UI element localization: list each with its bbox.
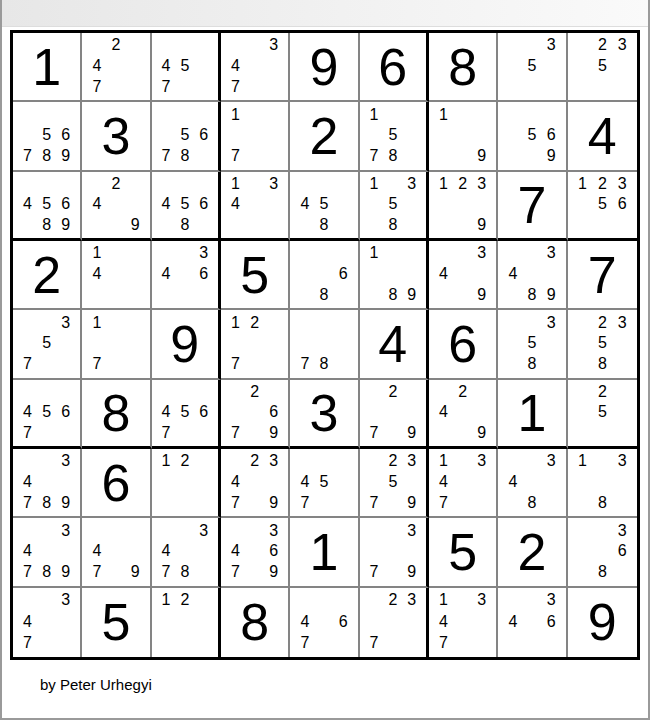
pencil-mark-6 <box>264 125 283 146</box>
cell-r5c7[interactable]: 6 <box>429 310 498 379</box>
pencil-mark-1: 1 <box>87 243 106 264</box>
pencil-mark-3 <box>334 590 353 611</box>
pencil-mark-1 <box>503 590 522 611</box>
pencil-mark-1 <box>573 312 593 333</box>
pencil-mark-4 <box>573 541 593 562</box>
pencil-mark-9 <box>402 633 421 654</box>
cell-r3c6[interactable]: 1358 <box>360 172 429 241</box>
pencil-mark-4 <box>434 125 453 146</box>
cell-r6c5[interactable]: 3 <box>290 380 359 449</box>
pencil-mark-4 <box>503 56 522 77</box>
pencil-mark-7: 7 <box>365 493 384 514</box>
cell-r6c9[interactable]: 25 <box>568 380 637 449</box>
cell-r6c7[interactable]: 249 <box>429 380 498 449</box>
pencil-mark-7: 7 <box>226 562 245 583</box>
pencil-mark-1: 1 <box>157 590 176 611</box>
pencil-mark-7: 7 <box>226 77 245 98</box>
cell-r1c3[interactable]: 457 <box>152 33 221 102</box>
pencil-mark-3: 3 <box>402 174 421 194</box>
pencil-mark-1: 1 <box>365 104 384 125</box>
cell-r3c2[interactable]: 249 <box>82 172 151 241</box>
cell-r3c9[interactable]: 12356 <box>568 172 637 241</box>
cell-r9c7[interactable]: 1347 <box>429 588 498 657</box>
pencil-mark-4 <box>365 611 384 632</box>
pencil-marks: 358 <box>498 310 565 377</box>
pencil-mark-4: 4 <box>87 541 106 562</box>
pencil-mark-1 <box>226 35 245 56</box>
pencil-mark-8: 8 <box>522 354 541 375</box>
cell-r5c9[interactable]: 2358 <box>568 310 637 379</box>
pencil-mark-5: 5 <box>383 125 402 146</box>
pencil-mark-7: 7 <box>157 146 176 167</box>
pencil-mark-7 <box>295 215 314 235</box>
cell-r9c1[interactable]: 347 <box>13 588 82 657</box>
cell-r5c4[interactable]: 127 <box>221 310 290 379</box>
pencil-mark-4 <box>295 333 314 354</box>
cell-r5c1[interactable]: 357 <box>13 310 82 379</box>
pencil-mark-8: 8 <box>175 215 194 235</box>
pencil-mark-5: 5 <box>522 333 541 354</box>
cell-r2c9[interactable]: 4 <box>568 102 637 171</box>
cell-r8c7[interactable]: 5 <box>429 518 498 587</box>
pencil-mark-4 <box>295 264 314 285</box>
pencil-mark-1 <box>295 451 314 472</box>
cell-r1c6[interactable]: 6 <box>360 33 429 102</box>
pencil-mark-3: 3 <box>542 451 561 472</box>
pencil-mark-6 <box>472 264 491 285</box>
pencil-marks: 235 <box>568 33 637 100</box>
cell-r1c4[interactable]: 347 <box>221 33 290 102</box>
pencil-mark-1 <box>87 174 106 194</box>
cell-r9c5[interactable]: 467 <box>290 588 359 657</box>
pencil-marks: 379 <box>360 518 426 585</box>
pencil-mark-6: 6 <box>334 611 353 632</box>
big-digit: 1 <box>32 41 61 93</box>
pencil-mark-5 <box>175 264 194 285</box>
cell-r3c4[interactable]: 134 <box>221 172 290 241</box>
pencil-mark-6 <box>472 611 491 632</box>
cell-r3c5[interactable]: 458 <box>290 172 359 241</box>
pencil-mark-1: 1 <box>573 174 593 194</box>
pencil-mark-1 <box>157 35 176 56</box>
pencil-mark-2: 2 <box>106 174 125 194</box>
cell-r3c1[interactable]: 45689 <box>13 172 82 241</box>
cell-r2c8[interactable]: 569 <box>498 102 567 171</box>
pencil-mark-8: 8 <box>175 562 194 583</box>
pencil-mark-2 <box>314 312 333 333</box>
pencil-mark-3: 3 <box>264 174 283 194</box>
pencil-mark-4: 4 <box>157 402 176 422</box>
cell-r2c2[interactable]: 3 <box>82 102 151 171</box>
pencil-mark-6 <box>472 472 491 493</box>
cell-r3c3[interactable]: 4568 <box>152 172 221 241</box>
pencil-mark-7: 7 <box>157 562 176 583</box>
cell-r3c8[interactable]: 7 <box>498 172 567 241</box>
pencil-mark-2 <box>245 104 264 125</box>
pencil-mark-5: 5 <box>37 333 56 354</box>
cell-r9c3[interactable]: 12 <box>152 588 221 657</box>
big-digit: 6 <box>378 41 407 93</box>
pencil-mark-1: 1 <box>226 174 245 194</box>
pencil-mark-3: 3 <box>472 243 491 264</box>
pencil-marks: 23579 <box>360 449 426 516</box>
pencil-marks: 34679 <box>221 518 288 585</box>
pencil-marks: 2358 <box>568 310 637 377</box>
cell-r1c1[interactable]: 1 <box>13 33 82 102</box>
pencil-mark-8 <box>245 77 264 98</box>
pencil-mark-3: 3 <box>56 312 75 333</box>
pencil-mark-6 <box>402 264 421 285</box>
cell-r6c4[interactable]: 2679 <box>221 380 290 449</box>
pencil-mark-2 <box>245 35 264 56</box>
pencil-mark-8 <box>175 633 194 654</box>
pencil-mark-9 <box>612 423 632 443</box>
pencil-mark-5 <box>522 472 541 493</box>
sudoku-board: 1247457347968352355678935678172157819569… <box>10 30 640 660</box>
pencil-mark-2 <box>592 520 612 541</box>
pencil-mark-4: 4 <box>503 611 522 632</box>
pencil-mark-6 <box>472 402 491 422</box>
pencil-mark-2: 2 <box>383 382 402 402</box>
pencil-marks: 134 <box>221 172 288 238</box>
pencil-mark-1 <box>226 520 245 541</box>
pencil-mark-5 <box>592 541 612 562</box>
pencil-mark-8 <box>383 493 402 514</box>
cell-r4c7[interactable]: 349 <box>429 241 498 310</box>
pencil-mark-4 <box>573 333 593 354</box>
pencil-mark-1 <box>18 451 37 472</box>
cell-r8c4[interactable]: 34679 <box>221 518 290 587</box>
cell-r2c6[interactable]: 1578 <box>360 102 429 171</box>
cell-r8c6[interactable]: 379 <box>360 518 429 587</box>
pencil-mark-6 <box>402 611 421 632</box>
pencil-mark-6 <box>334 472 353 493</box>
pencil-mark-3: 3 <box>56 451 75 472</box>
pencil-mark-1: 1 <box>157 451 176 472</box>
pencil-mark-9 <box>194 493 213 514</box>
pencil-mark-2 <box>37 174 56 194</box>
pencil-mark-1 <box>503 451 522 472</box>
pencil-mark-6 <box>402 194 421 214</box>
pencil-mark-1 <box>157 104 176 125</box>
pencil-mark-3 <box>56 174 75 194</box>
cell-r3c7[interactable]: 1239 <box>429 172 498 241</box>
big-digit: 9 <box>170 318 199 370</box>
pencil-mark-5 <box>175 541 194 562</box>
big-digit: 9 <box>588 596 617 648</box>
pencil-mark-6: 6 <box>56 194 75 214</box>
cell-r7c1[interactable]: 34789 <box>13 449 82 518</box>
pencil-mark-4 <box>573 402 593 422</box>
cell-r4c9[interactable]: 7 <box>568 241 637 310</box>
pencil-mark-2: 2 <box>245 312 264 333</box>
cell-r4c2[interactable]: 14 <box>82 241 151 310</box>
pencil-mark-3: 3 <box>56 520 75 541</box>
cell-r7c6[interactable]: 23579 <box>360 449 429 518</box>
cell-r5c5[interactable]: 78 <box>290 310 359 379</box>
big-digit: 5 <box>240 249 269 301</box>
pencil-mark-5: 5 <box>383 472 402 493</box>
pencil-mark-4: 4 <box>157 56 176 77</box>
pencil-mark-6 <box>126 541 145 562</box>
page: 1247457347968352355678935678172157819569… <box>0 0 650 720</box>
pencil-marks: 12356 <box>568 172 637 238</box>
cell-r4c5[interactable]: 68 <box>290 241 359 310</box>
cell-r2c7[interactable]: 19 <box>429 102 498 171</box>
cell-r6c1[interactable]: 4567 <box>13 380 82 449</box>
pencil-mark-3 <box>126 520 145 541</box>
pencil-mark-2: 2 <box>383 590 402 611</box>
cell-r5c3[interactable]: 9 <box>152 310 221 379</box>
cell-r8c1[interactable]: 34789 <box>13 518 82 587</box>
pencil-mark-5 <box>592 472 612 493</box>
pencil-mark-7: 7 <box>295 493 314 514</box>
cell-r4c3[interactable]: 346 <box>152 241 221 310</box>
cell-r1c9[interactable]: 235 <box>568 33 637 102</box>
pencil-mark-6 <box>126 194 145 214</box>
pencil-mark-2 <box>314 174 333 194</box>
cell-r1c2[interactable]: 247 <box>82 33 151 102</box>
pencil-mark-1: 1 <box>365 243 384 264</box>
pencil-mark-7 <box>503 146 522 167</box>
pencil-mark-6 <box>612 472 632 493</box>
pencil-mark-5: 5 <box>175 194 194 214</box>
cell-r7c8[interactable]: 348 <box>498 449 567 518</box>
big-digit: 5 <box>448 526 477 578</box>
pencil-mark-4: 4 <box>434 611 453 632</box>
pencil-mark-2 <box>106 312 125 333</box>
pencil-mark-3 <box>194 35 213 56</box>
pencil-mark-3 <box>194 451 213 472</box>
pencil-mark-8: 8 <box>37 215 56 235</box>
cell-r4c8[interactable]: 3489 <box>498 241 567 310</box>
pencil-mark-5: 5 <box>314 194 333 214</box>
pencil-mark-9 <box>194 423 213 443</box>
cell-r4c6[interactable]: 189 <box>360 241 429 310</box>
big-digit: 1 <box>310 526 339 578</box>
pencil-mark-5 <box>453 194 472 214</box>
pencil-mark-1 <box>295 174 314 194</box>
pencil-marks: 348 <box>498 449 565 516</box>
pencil-marks: 2679 <box>221 380 288 446</box>
cell-r8c8[interactable]: 2 <box>498 518 567 587</box>
pencil-mark-8: 8 <box>383 146 402 167</box>
pencil-marks: 34789 <box>13 449 80 516</box>
pencil-mark-5 <box>106 333 125 354</box>
pencil-mark-2: 2 <box>383 451 402 472</box>
pencil-mark-6 <box>612 56 632 77</box>
pencil-marks: 1239 <box>429 172 496 238</box>
pencil-mark-1 <box>18 520 37 541</box>
pencil-mark-7: 7 <box>226 354 245 375</box>
pencil-mark-6 <box>56 333 75 354</box>
pencil-mark-5: 5 <box>175 402 194 422</box>
cell-r7c7[interactable]: 1347 <box>429 449 498 518</box>
pencil-mark-2 <box>245 174 264 194</box>
pencil-marks: 56789 <box>13 102 80 169</box>
pencil-mark-1 <box>295 243 314 264</box>
pencil-mark-4 <box>365 194 384 214</box>
pencil-mark-3: 3 <box>402 451 421 472</box>
cell-r1c7[interactable]: 8 <box>429 33 498 102</box>
pencil-mark-6 <box>56 472 75 493</box>
pencil-marks: 479 <box>82 518 149 585</box>
cell-r2c3[interactable]: 5678 <box>152 102 221 171</box>
cell-r8c5[interactable]: 1 <box>290 518 359 587</box>
pencil-mark-6: 6 <box>194 194 213 214</box>
cell-r9c6[interactable]: 237 <box>360 588 429 657</box>
pencil-mark-4 <box>18 333 37 354</box>
pencil-mark-5 <box>453 472 472 493</box>
pencil-mark-5 <box>383 402 402 422</box>
cell-r9c8[interactable]: 346 <box>498 588 567 657</box>
cell-r5c8[interactable]: 358 <box>498 310 567 379</box>
pencil-mark-3 <box>264 104 283 125</box>
pencil-mark-4 <box>18 125 37 146</box>
pencil-mark-7: 7 <box>18 146 37 167</box>
cell-r5c6[interactable]: 4 <box>360 310 429 379</box>
pencil-mark-6 <box>194 541 213 562</box>
cell-r7c2[interactable]: 6 <box>82 449 151 518</box>
cell-r6c3[interactable]: 4567 <box>152 380 221 449</box>
cell-r4c1[interactable]: 2 <box>13 241 82 310</box>
pencil-marks: 138 <box>568 449 637 516</box>
pencil-marks: 368 <box>568 518 637 585</box>
pencil-mark-2 <box>453 590 472 611</box>
pencil-mark-8 <box>453 285 472 306</box>
pencil-mark-6: 6 <box>194 402 213 422</box>
pencil-mark-4: 4 <box>18 402 37 422</box>
pencil-mark-7 <box>157 493 176 514</box>
pencil-mark-1 <box>18 104 37 125</box>
pencil-mark-6: 6 <box>264 402 283 422</box>
pencil-mark-2 <box>37 312 56 333</box>
pencil-mark-5 <box>245 56 264 77</box>
pencil-mark-9 <box>334 285 353 306</box>
pencil-mark-3: 3 <box>612 312 632 333</box>
cell-r6c2[interactable]: 8 <box>82 380 151 449</box>
big-digit: 8 <box>240 596 269 648</box>
pencil-mark-7: 7 <box>226 493 245 514</box>
pencil-mark-8 <box>245 562 264 583</box>
big-digit: 5 <box>102 596 131 648</box>
pencil-mark-7: 7 <box>226 146 245 167</box>
cell-r8c9[interactable]: 368 <box>568 518 637 587</box>
pencil-mark-5 <box>106 194 125 214</box>
pencil-mark-2: 2 <box>592 382 612 402</box>
pencil-mark-3 <box>402 243 421 264</box>
pencil-mark-6 <box>542 472 561 493</box>
pencil-mark-5: 5 <box>522 125 541 146</box>
pencil-marks: 1578 <box>360 102 426 169</box>
cell-r2c1[interactable]: 56789 <box>13 102 82 171</box>
cell-r6c6[interactable]: 279 <box>360 380 429 449</box>
big-digit: 4 <box>378 318 407 370</box>
cell-r4c4[interactable]: 5 <box>221 241 290 310</box>
pencil-mark-8 <box>37 354 56 375</box>
pencil-mark-6 <box>402 402 421 422</box>
cell-r9c9[interactable]: 9 <box>568 588 637 657</box>
cell-r9c2[interactable]: 5 <box>82 588 151 657</box>
cell-r5c2[interactable]: 17 <box>82 310 151 379</box>
pencil-mark-2 <box>37 590 56 611</box>
pencil-mark-3 <box>334 174 353 194</box>
pencil-mark-7: 7 <box>157 423 176 443</box>
pencil-mark-2 <box>175 382 194 402</box>
pencil-mark-3: 3 <box>612 451 632 472</box>
pencil-mark-4 <box>573 56 593 77</box>
pencil-mark-9 <box>194 146 213 167</box>
cell-r7c3[interactable]: 12 <box>152 449 221 518</box>
pencil-mark-8 <box>245 215 264 235</box>
pencil-mark-6 <box>542 56 561 77</box>
pencil-mark-2 <box>37 104 56 125</box>
pencil-mark-8 <box>175 423 194 443</box>
pencil-mark-3: 3 <box>56 590 75 611</box>
cell-r2c5[interactable]: 2 <box>290 102 359 171</box>
cell-r7c5[interactable]: 457 <box>290 449 359 518</box>
pencil-mark-2 <box>522 104 541 125</box>
pencil-mark-9 <box>194 285 213 306</box>
cell-r2c4[interactable]: 17 <box>221 102 290 171</box>
pencil-mark-2 <box>383 174 402 194</box>
pencil-mark-8: 8 <box>37 146 56 167</box>
pencil-mark-1: 1 <box>434 451 453 472</box>
pencil-mark-6 <box>472 125 491 146</box>
pencil-mark-3 <box>126 35 145 56</box>
pencil-mark-9: 9 <box>542 146 561 167</box>
pencil-mark-6: 6 <box>194 264 213 285</box>
pencil-mark-9 <box>334 493 353 514</box>
cell-r1c8[interactable]: 35 <box>498 33 567 102</box>
cell-r7c4[interactable]: 23479 <box>221 449 290 518</box>
cell-r6c8[interactable]: 1 <box>498 380 567 449</box>
cell-r7c9[interactable]: 138 <box>568 449 637 518</box>
pencil-mark-9 <box>472 493 491 514</box>
pencil-marks: 569 <box>498 102 565 169</box>
pencil-mark-4: 4 <box>18 611 37 632</box>
pencil-mark-9: 9 <box>472 285 491 306</box>
pencil-mark-9 <box>612 493 632 514</box>
cell-r8c2[interactable]: 479 <box>82 518 151 587</box>
pencil-mark-3: 3 <box>194 520 213 541</box>
cell-r9c4[interactable]: 8 <box>221 588 290 657</box>
big-digit: 2 <box>310 110 339 162</box>
pencil-mark-3: 3 <box>472 590 491 611</box>
pencil-mark-1 <box>226 451 245 472</box>
pencil-mark-9 <box>612 354 632 375</box>
pencil-mark-3: 3 <box>402 590 421 611</box>
cell-r8c3[interactable]: 3478 <box>152 518 221 587</box>
pencil-mark-4: 4 <box>87 264 106 285</box>
pencil-mark-5: 5 <box>37 125 56 146</box>
pencil-mark-9: 9 <box>126 562 145 583</box>
pencil-mark-9 <box>472 633 491 654</box>
pencil-mark-6 <box>194 56 213 77</box>
pencil-marks: 4567 <box>13 380 80 446</box>
pencil-mark-6 <box>264 56 283 77</box>
pencil-mark-9 <box>264 215 283 235</box>
pencil-mark-9 <box>194 77 213 98</box>
pencil-mark-7: 7 <box>295 354 314 375</box>
pencil-mark-4: 4 <box>87 56 106 77</box>
pencil-mark-8 <box>106 562 125 583</box>
pencil-mark-2 <box>175 174 194 194</box>
cell-r1c5[interactable]: 9 <box>290 33 359 102</box>
pencil-mark-2 <box>106 520 125 541</box>
pencil-mark-9 <box>126 354 145 375</box>
pencil-mark-7 <box>503 77 522 98</box>
